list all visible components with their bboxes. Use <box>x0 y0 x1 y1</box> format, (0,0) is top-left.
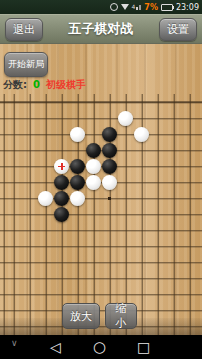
stone-black <box>86 143 101 158</box>
stone-black <box>54 175 69 190</box>
wifi-icon <box>121 4 129 10</box>
stone-white <box>86 175 101 190</box>
bottom-band <box>0 318 202 335</box>
status-bar: 4 7% 23:09 <box>0 0 202 14</box>
last-move-marker <box>54 159 69 174</box>
gomoku-board[interactable] <box>0 94 202 335</box>
zoom-in-button[interactable]: 放大 <box>62 303 100 329</box>
score-value: 0 <box>33 79 40 90</box>
settings-button[interactable]: 设置 <box>159 18 197 41</box>
stone-black <box>102 159 117 174</box>
stone-white <box>118 111 133 126</box>
page-title: 五子棋对战 <box>43 20 159 38</box>
stone-white <box>38 191 53 206</box>
stone-white <box>86 159 101 174</box>
score-bar: 分数: 0 初级棋手 <box>3 78 86 91</box>
battery-icon <box>161 4 173 11</box>
alarm-icon <box>110 3 118 11</box>
stone-black <box>70 159 85 174</box>
title-bar: 退出 五子棋对战 设置 <box>0 14 202 44</box>
stone-white <box>70 191 85 206</box>
star-point <box>108 197 111 200</box>
recents-icon[interactable]: □ <box>137 335 150 359</box>
stone-black <box>54 207 69 222</box>
score-label: 分数: <box>3 78 27 92</box>
android-nav-bar: ∨ ◁ ○ □ <box>0 335 202 359</box>
back-icon[interactable]: ◁ <box>50 335 61 359</box>
zoom-out-button[interactable]: 缩小 <box>105 303 137 329</box>
chevron-down-icon[interactable]: ∨ <box>11 338 18 348</box>
home-icon[interactable]: ○ <box>93 335 106 359</box>
stone-white <box>134 127 149 142</box>
exit-button[interactable]: 退出 <box>5 18 43 41</box>
status-clock: 23:09 <box>176 3 199 12</box>
stone-white <box>70 127 85 142</box>
stone-black <box>54 191 69 206</box>
stone-black <box>102 143 117 158</box>
stone-black <box>102 127 117 142</box>
stone-white <box>54 159 69 174</box>
stone-black <box>70 175 85 190</box>
battery-percent: 7% <box>144 3 158 12</box>
new-game-button[interactable]: 开始新局 <box>4 52 48 77</box>
signal-icon: 4 <box>132 4 142 10</box>
rank-label: 初级棋手 <box>46 78 86 92</box>
stone-white <box>102 175 117 190</box>
